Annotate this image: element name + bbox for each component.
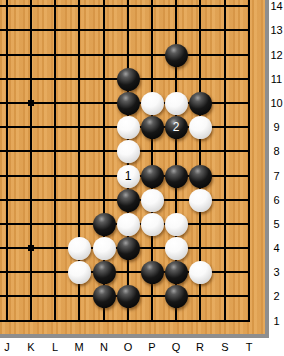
grid-line-vertical-T	[248, 0, 250, 322]
white-stone-R3	[189, 261, 212, 284]
white-stone-O7: 1	[117, 165, 140, 188]
row-label-8: 8	[269, 144, 284, 158]
hoshi-point-K4	[28, 245, 34, 251]
go-board[interactable]: 21	[0, 0, 269, 338]
white-stone-Q5	[165, 213, 188, 236]
column-label-Q: Q	[168, 340, 184, 354]
black-stone-Q3	[165, 261, 188, 284]
column-label-J: J	[0, 340, 15, 354]
row-label-14: 14	[269, 0, 284, 13]
column-labels-strip: JKLMNOPQRST	[0, 338, 284, 356]
grid-line-horizontal-14	[0, 5, 250, 7]
grid-line-horizontal-1	[0, 320, 250, 322]
black-stone-P9	[141, 116, 164, 139]
black-stone-P7	[141, 165, 164, 188]
row-label-12: 12	[269, 48, 284, 62]
column-label-T: T	[241, 340, 257, 354]
row-label-5: 5	[269, 217, 284, 231]
column-label-K: K	[23, 340, 39, 354]
white-stone-P5	[141, 213, 164, 236]
row-label-11: 11	[269, 72, 284, 86]
black-stone-P3	[141, 261, 164, 284]
black-stone-N3	[93, 261, 116, 284]
white-stone-R9	[189, 116, 212, 139]
grid-line-horizontal-12	[0, 54, 250, 56]
white-stone-Q4	[165, 237, 188, 260]
column-label-M: M	[71, 340, 87, 354]
white-stone-O5	[117, 213, 140, 236]
column-label-L: L	[47, 340, 63, 354]
row-label-2: 2	[269, 289, 284, 303]
white-stone-N4	[93, 237, 116, 260]
white-stone-P6	[141, 189, 164, 212]
go-diagram-screenshot: 21 JKLMNOPQRST 1413121110987654321	[0, 0, 284, 356]
black-stone-Q12	[165, 44, 188, 67]
white-stone-M4	[68, 237, 91, 260]
row-label-4: 4	[269, 241, 284, 255]
column-label-O: O	[120, 340, 136, 354]
grid-line-vertical-L	[54, 0, 56, 322]
grid-line-vertical-K	[30, 0, 32, 322]
column-label-P: P	[144, 340, 160, 354]
row-label-10: 10	[269, 96, 284, 110]
grid-line-vertical-J	[6, 0, 8, 322]
black-stone-R10	[189, 92, 212, 115]
grid-line-horizontal-13	[0, 29, 250, 31]
black-stone-Q2	[165, 285, 188, 308]
black-stone-O6	[117, 189, 140, 212]
row-label-3: 3	[269, 265, 284, 279]
black-stone-N2	[93, 285, 116, 308]
white-stone-R6	[189, 189, 212, 212]
grid-line-vertical-S	[224, 0, 226, 322]
row-label-6: 6	[269, 193, 284, 207]
row-labels-strip: 1413121110987654321	[269, 0, 284, 356]
move-number-label: 2	[173, 121, 180, 133]
black-stone-R7	[189, 165, 212, 188]
white-stone-P10	[141, 92, 164, 115]
black-stone-Q9: 2	[165, 116, 188, 139]
column-label-R: R	[192, 340, 208, 354]
row-label-9: 9	[269, 120, 284, 134]
white-stone-M3	[68, 261, 91, 284]
white-stone-O8	[117, 140, 140, 163]
black-stone-Q7	[165, 165, 188, 188]
black-stone-O10	[117, 92, 140, 115]
row-label-13: 13	[269, 23, 284, 37]
black-stone-O11	[117, 68, 140, 91]
white-stone-O9	[117, 116, 140, 139]
grid-line-horizontal-3	[0, 271, 250, 273]
black-stone-O4	[117, 237, 140, 260]
hoshi-point-K10	[28, 100, 34, 106]
white-stone-Q10	[165, 92, 188, 115]
row-label-1: 1	[269, 314, 284, 328]
move-number-label: 1	[125, 170, 132, 182]
column-label-S: S	[217, 340, 233, 354]
column-label-N: N	[96, 340, 112, 354]
black-stone-O2	[117, 285, 140, 308]
row-label-7: 7	[269, 169, 284, 183]
black-stone-N5	[93, 213, 116, 236]
